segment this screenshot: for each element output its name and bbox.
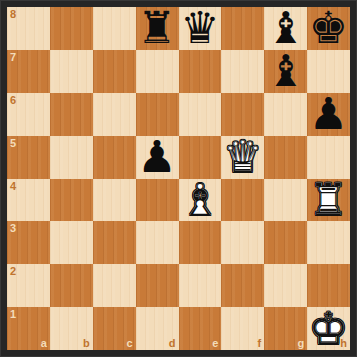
square-g3[interactable] xyxy=(264,221,307,264)
square-g7[interactable]: ♝ xyxy=(264,50,307,93)
square-c4[interactable] xyxy=(93,179,136,222)
square-g5[interactable] xyxy=(264,136,307,179)
square-f6[interactable] xyxy=(221,93,264,136)
black-rook-icon[interactable]: ♜ xyxy=(136,7,179,50)
square-d8[interactable]: ♜ xyxy=(136,7,179,50)
file-label-c: c xyxy=(127,338,133,349)
board-frame: 8♜♛♝♚7♝6♟5♟♛♕4♝♗♜♖321abcdefgh♚♔ xyxy=(0,0,357,357)
rank-label-5: 5 xyxy=(10,138,16,149)
square-d4[interactable] xyxy=(136,179,179,222)
square-c5[interactable] xyxy=(93,136,136,179)
square-f5[interactable]: ♛♕ xyxy=(221,136,264,179)
white-queen-icon[interactable]: ♛♕ xyxy=(221,136,264,179)
square-h7[interactable] xyxy=(307,50,350,93)
square-f3[interactable] xyxy=(221,221,264,264)
square-g8[interactable]: ♝ xyxy=(264,7,307,50)
file-label-d: d xyxy=(169,338,176,349)
square-a6[interactable]: 6 xyxy=(7,93,50,136)
rank-label-2: 2 xyxy=(10,266,16,277)
square-g2[interactable] xyxy=(264,264,307,307)
rank-label-6: 6 xyxy=(10,95,16,106)
square-a4[interactable]: 4 xyxy=(7,179,50,222)
chess-board: 8♜♛♝♚7♝6♟5♟♛♕4♝♗♜♖321abcdefgh♚♔ xyxy=(7,7,350,350)
square-a5[interactable]: 5 xyxy=(7,136,50,179)
black-king-icon[interactable]: ♚ xyxy=(307,7,350,50)
white-king-icon[interactable]: ♚♔ xyxy=(307,307,350,350)
square-a7[interactable]: 7 xyxy=(7,50,50,93)
square-e7[interactable] xyxy=(179,50,222,93)
square-e6[interactable] xyxy=(179,93,222,136)
square-h8[interactable]: ♚ xyxy=(307,7,350,50)
file-label-e: e xyxy=(212,338,218,349)
square-b5[interactable] xyxy=(50,136,93,179)
rank-label-3: 3 xyxy=(10,223,16,234)
square-g4[interactable] xyxy=(264,179,307,222)
square-h2[interactable] xyxy=(307,264,350,307)
square-d6[interactable] xyxy=(136,93,179,136)
square-c6[interactable] xyxy=(93,93,136,136)
white-bishop-icon[interactable]: ♝♗ xyxy=(179,179,222,222)
square-e1[interactable]: e xyxy=(179,307,222,350)
file-label-b: b xyxy=(83,338,90,349)
black-bishop-icon[interactable]: ♝ xyxy=(264,7,307,50)
file-label-g: g xyxy=(297,338,304,349)
square-b7[interactable] xyxy=(50,50,93,93)
square-b6[interactable] xyxy=(50,93,93,136)
square-a3[interactable]: 3 xyxy=(7,221,50,264)
file-label-f: f xyxy=(258,338,262,349)
square-h6[interactable]: ♟ xyxy=(307,93,350,136)
square-h5[interactable] xyxy=(307,136,350,179)
square-c1[interactable]: c xyxy=(93,307,136,350)
black-queen-icon[interactable]: ♛ xyxy=(179,7,222,50)
square-a8[interactable]: 8 xyxy=(7,7,50,50)
square-e3[interactable] xyxy=(179,221,222,264)
square-a1[interactable]: 1a xyxy=(7,307,50,350)
square-h3[interactable] xyxy=(307,221,350,264)
square-g1[interactable]: g xyxy=(264,307,307,350)
white-queen-outline: ♕ xyxy=(221,136,264,179)
square-b8[interactable] xyxy=(50,7,93,50)
rank-label-1: 1 xyxy=(10,309,16,320)
square-d7[interactable] xyxy=(136,50,179,93)
square-e4[interactable]: ♝♗ xyxy=(179,179,222,222)
white-bishop-outline: ♗ xyxy=(179,179,222,222)
square-d3[interactable] xyxy=(136,221,179,264)
square-e2[interactable] xyxy=(179,264,222,307)
square-d1[interactable]: d xyxy=(136,307,179,350)
square-c2[interactable] xyxy=(93,264,136,307)
black-pawn-icon[interactable]: ♟ xyxy=(136,136,179,179)
square-e8[interactable]: ♛ xyxy=(179,7,222,50)
rank-label-4: 4 xyxy=(10,181,16,192)
square-a2[interactable]: 2 xyxy=(7,264,50,307)
square-d2[interactable] xyxy=(136,264,179,307)
rank-label-7: 7 xyxy=(10,52,16,63)
white-king-outline: ♔ xyxy=(307,307,350,350)
square-b2[interactable] xyxy=(50,264,93,307)
file-label-a: a xyxy=(41,338,47,349)
square-c8[interactable] xyxy=(93,7,136,50)
square-f1[interactable]: f xyxy=(221,307,264,350)
square-h4[interactable]: ♜♖ xyxy=(307,179,350,222)
square-f8[interactable] xyxy=(221,7,264,50)
square-b3[interactable] xyxy=(50,221,93,264)
square-h1[interactable]: h♚♔ xyxy=(307,307,350,350)
black-bishop-icon[interactable]: ♝ xyxy=(264,50,307,93)
square-c7[interactable] xyxy=(93,50,136,93)
square-f4[interactable] xyxy=(221,179,264,222)
square-c3[interactable] xyxy=(93,221,136,264)
square-b1[interactable]: b xyxy=(50,307,93,350)
square-b4[interactable] xyxy=(50,179,93,222)
black-pawn-icon[interactable]: ♟ xyxy=(307,93,350,136)
square-e5[interactable] xyxy=(179,136,222,179)
rank-label-8: 8 xyxy=(10,9,16,20)
white-rook-icon[interactable]: ♜♖ xyxy=(307,179,350,222)
square-g6[interactable] xyxy=(264,93,307,136)
square-f2[interactable] xyxy=(221,264,264,307)
square-f7[interactable] xyxy=(221,50,264,93)
square-d5[interactable]: ♟ xyxy=(136,136,179,179)
white-rook-outline: ♖ xyxy=(307,179,350,222)
